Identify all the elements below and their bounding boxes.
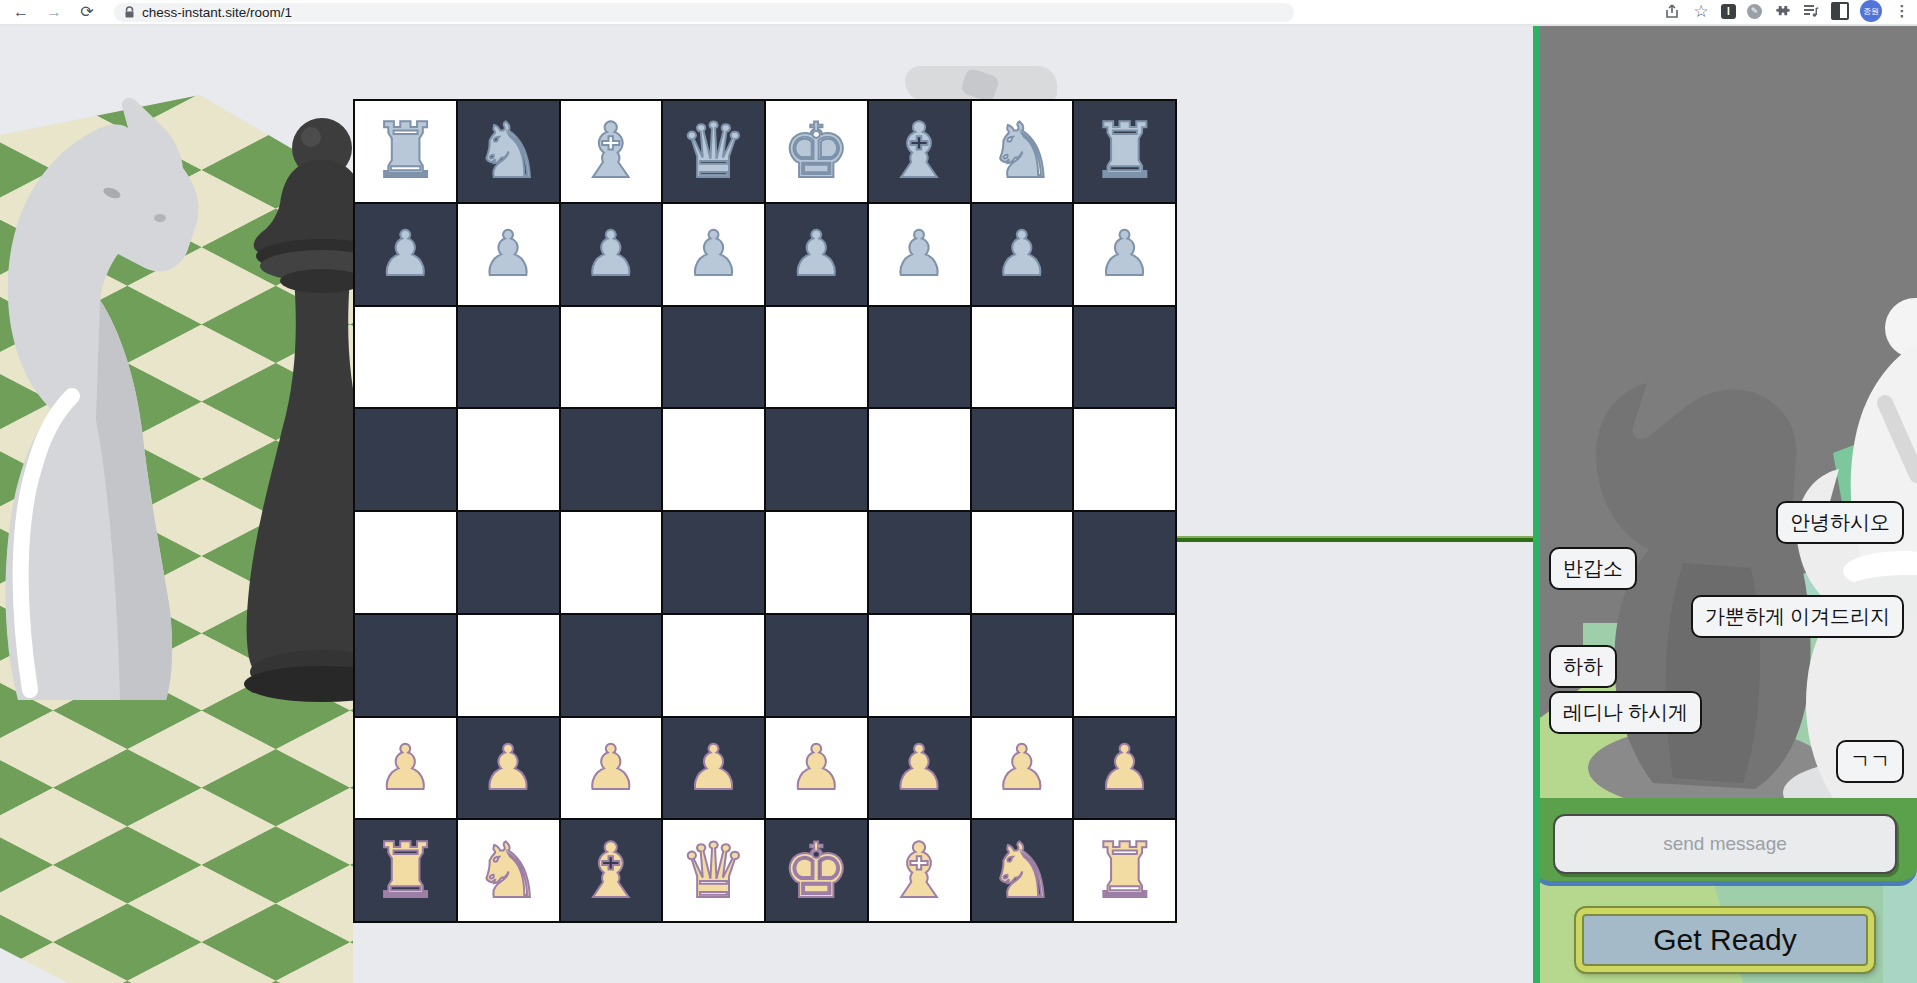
- sidebar-accent-stripe: [1533, 23, 1540, 983]
- square-g3[interactable]: [972, 615, 1073, 716]
- piece-white-pawn[interactable]: ♟: [1097, 737, 1153, 799]
- piece-black-rook[interactable]: ♜: [1091, 113, 1159, 189]
- square-e5[interactable]: [766, 409, 867, 510]
- piece-black-knight[interactable]: ♞: [474, 113, 542, 189]
- square-g5[interactable]: [972, 409, 1073, 510]
- piece-white-pawn[interactable]: ♟: [994, 737, 1050, 799]
- piece-black-queen[interactable]: ♛: [680, 113, 748, 189]
- square-d4[interactable]: [663, 512, 764, 613]
- square-b2[interactable]: ♟: [458, 718, 559, 819]
- square-c5[interactable]: [561, 409, 662, 510]
- square-c7[interactable]: ♟: [561, 204, 662, 305]
- square-h6[interactable]: [1074, 307, 1175, 408]
- square-b1[interactable]: ♞: [458, 820, 559, 921]
- square-d1[interactable]: ♛: [663, 820, 764, 921]
- address-bar[interactable]: chess-instant.site/room/1: [114, 3, 1294, 22]
- square-a7[interactable]: ♟: [355, 204, 456, 305]
- square-d2[interactable]: ♟: [663, 718, 764, 819]
- square-b4[interactable]: [458, 512, 559, 613]
- send-message-panel: [1533, 798, 1917, 886]
- square-b8[interactable]: ♞: [458, 101, 559, 202]
- square-a2[interactable]: ♟: [355, 718, 456, 819]
- piece-white-rook[interactable]: ♜: [371, 833, 439, 909]
- square-g2[interactable]: ♟: [972, 718, 1073, 819]
- square-c1[interactable]: ♝: [561, 820, 662, 921]
- get-ready-button[interactable]: Get Ready: [1576, 908, 1874, 972]
- square-a4[interactable]: [355, 512, 456, 613]
- browser-toolbar: ← → ⟳ chess-instant.site/room/1 ☆ I ✎ 종원…: [0, 0, 1917, 26]
- green-divider-line: [1177, 536, 1533, 542]
- piece-white-bishop[interactable]: ♝: [577, 833, 645, 909]
- square-h4[interactable]: [1074, 512, 1175, 613]
- forward-icon[interactable]: →: [41, 1, 67, 23]
- chat-bubble: ㄱㄱ: [1836, 740, 1904, 783]
- piece-black-pawn[interactable]: ♟: [994, 223, 1050, 285]
- square-a5[interactable]: [355, 409, 456, 510]
- chat-bubble: 하하: [1549, 645, 1617, 688]
- square-f6[interactable]: [869, 307, 970, 408]
- square-a1[interactable]: ♜: [355, 820, 456, 921]
- piece-white-knight[interactable]: ♞: [988, 833, 1056, 909]
- piece-white-pawn[interactable]: ♟: [789, 737, 845, 799]
- piece-white-pawn[interactable]: ♟: [583, 737, 639, 799]
- piece-white-pawn[interactable]: ♟: [480, 737, 536, 799]
- reload-icon[interactable]: ⟳: [74, 1, 100, 23]
- square-f3[interactable]: [869, 615, 970, 716]
- piece-white-pawn[interactable]: ♟: [891, 737, 947, 799]
- share-icon[interactable]: [1663, 2, 1681, 20]
- square-g4[interactable]: [972, 512, 1073, 613]
- piece-white-rook[interactable]: ♜: [1091, 833, 1159, 909]
- piece-black-pawn[interactable]: ♟: [1097, 223, 1153, 285]
- square-e1[interactable]: ♚: [766, 820, 867, 921]
- square-f2[interactable]: ♟: [869, 718, 970, 819]
- square-e7[interactable]: ♟: [766, 204, 867, 305]
- square-e3[interactable]: [766, 615, 867, 716]
- square-f7[interactable]: ♟: [869, 204, 970, 305]
- piece-black-pawn[interactable]: ♟: [789, 223, 845, 285]
- extension-pencil-icon[interactable]: ✎: [1747, 4, 1762, 19]
- square-h5[interactable]: [1074, 409, 1175, 510]
- square-g1[interactable]: ♞: [972, 820, 1073, 921]
- square-h7[interactable]: ♟: [1074, 204, 1175, 305]
- square-d8[interactable]: ♛: [663, 101, 764, 202]
- square-a6[interactable]: [355, 307, 456, 408]
- piece-white-pawn[interactable]: ♟: [686, 737, 742, 799]
- square-d7[interactable]: ♟: [663, 204, 764, 305]
- square-f1[interactable]: ♝: [869, 820, 970, 921]
- profile-avatar[interactable]: 종원: [1860, 0, 1882, 22]
- square-f4[interactable]: [869, 512, 970, 613]
- square-d5[interactable]: [663, 409, 764, 510]
- square-a3[interactable]: [355, 615, 456, 716]
- chat-sidebar: 안녕하시오반갑소가뿐하게 이겨드리지하하레디나 하시게ㄱㄱ Get Ready: [1533, 23, 1917, 983]
- piece-black-pawn[interactable]: ♟: [378, 223, 434, 285]
- square-e2[interactable]: ♟: [766, 718, 867, 819]
- chat-bubble: 가뿐하게 이겨드리지: [1691, 595, 1904, 638]
- piece-black-pawn[interactable]: ♟: [686, 223, 742, 285]
- extension-i-icon[interactable]: I: [1721, 4, 1736, 19]
- piece-white-bishop[interactable]: ♝: [885, 833, 953, 909]
- square-b7[interactable]: ♟: [458, 204, 559, 305]
- square-g8[interactable]: ♞: [972, 101, 1073, 202]
- piece-black-pawn[interactable]: ♟: [891, 223, 947, 285]
- square-f8[interactable]: ♝: [869, 101, 970, 202]
- square-b6[interactable]: [458, 307, 559, 408]
- lock-icon: [124, 6, 135, 19]
- piece-black-bishop[interactable]: ♝: [885, 113, 953, 189]
- square-c4[interactable]: [561, 512, 662, 613]
- square-g6[interactable]: [972, 307, 1073, 408]
- piece-white-knight[interactable]: ♞: [474, 833, 542, 909]
- chat-bubble: 반갑소: [1549, 547, 1637, 590]
- piece-white-pawn[interactable]: ♟: [378, 737, 434, 799]
- square-a8[interactable]: ♜: [355, 101, 456, 202]
- chess-board: ♜♞♝♛♚♝♞♜♟♟♟♟♟♟♟♟♟♟♟♟♟♟♟♟♜♞♝♛♚♝♞♜: [353, 99, 1177, 923]
- back-icon[interactable]: ←: [8, 1, 34, 23]
- square-c3[interactable]: [561, 615, 662, 716]
- piece-black-rook[interactable]: ♜: [371, 113, 439, 189]
- square-f5[interactable]: [869, 409, 970, 510]
- square-g7[interactable]: ♟: [972, 204, 1073, 305]
- piece-black-king[interactable]: ♚: [782, 113, 850, 189]
- square-d3[interactable]: [663, 615, 764, 716]
- square-e4[interactable]: [766, 512, 867, 613]
- chat-bubble: 레디나 하시게: [1549, 691, 1702, 734]
- playlist-icon[interactable]: [1802, 2, 1820, 20]
- square-c8[interactable]: ♝: [561, 101, 662, 202]
- menu-dots-icon[interactable]: ⋮: [1893, 2, 1911, 20]
- url-text: chess-instant.site/room/1: [142, 5, 292, 20]
- piece-white-king[interactable]: ♚: [782, 833, 850, 909]
- bookmark-star-icon[interactable]: ☆: [1692, 2, 1710, 20]
- chat-message-input[interactable]: [1553, 814, 1897, 874]
- background-piece-top-fragment: [905, 66, 1057, 102]
- piece-black-knight[interactable]: ♞: [988, 113, 1056, 189]
- square-h3[interactable]: [1074, 615, 1175, 716]
- piece-black-pawn[interactable]: ♟: [480, 223, 536, 285]
- piece-black-pawn[interactable]: ♟: [583, 223, 639, 285]
- chess-room-page: { "game": "chess", "position": { "fen": …: [0, 0, 1917, 983]
- square-c2[interactable]: ♟: [561, 718, 662, 819]
- square-e6[interactable]: [766, 307, 867, 408]
- piece-black-bishop[interactable]: ♝: [577, 113, 645, 189]
- square-b3[interactable]: [458, 615, 559, 716]
- chat-bubble: 안녕하시오: [1776, 501, 1904, 544]
- extension-puzzle-icon[interactable]: [1773, 2, 1791, 20]
- square-d6[interactable]: [663, 307, 764, 408]
- square-h1[interactable]: ♜: [1074, 820, 1175, 921]
- square-c6[interactable]: [561, 307, 662, 408]
- square-h2[interactable]: ♟: [1074, 718, 1175, 819]
- extension-split-icon[interactable]: [1831, 2, 1849, 20]
- square-h8[interactable]: ♜: [1074, 101, 1175, 202]
- square-b5[interactable]: [458, 409, 559, 510]
- square-e8[interactable]: ♚: [766, 101, 867, 202]
- piece-white-queen[interactable]: ♛: [680, 833, 748, 909]
